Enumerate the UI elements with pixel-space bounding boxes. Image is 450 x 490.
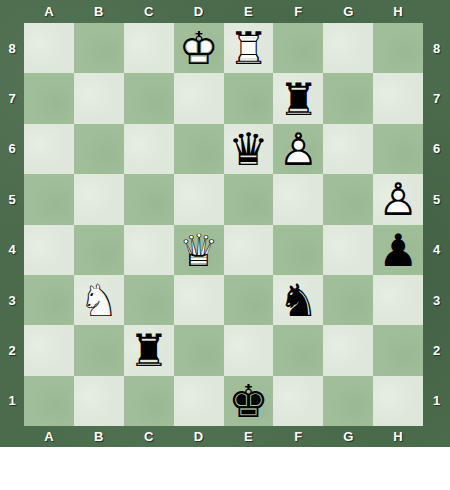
rank-labels-left: 87654321 bbox=[0, 23, 24, 426]
square-d8[interactable]: ♚♔ bbox=[174, 23, 224, 73]
square-g1[interactable] bbox=[323, 376, 373, 426]
square-e4[interactable] bbox=[224, 225, 274, 275]
black-rook-icon: ♜ bbox=[124, 328, 174, 373]
square-b4[interactable] bbox=[74, 225, 124, 275]
square-f2[interactable] bbox=[273, 325, 323, 375]
square-h3[interactable] bbox=[373, 275, 423, 325]
file-labels-top: ABCDEFGH bbox=[24, 0, 423, 23]
rank-label-right-2: 2 bbox=[423, 325, 450, 375]
board-squares: ♚♔♜♖♜♛♟♙♟♙♛♕♟♞♘♞♜♚ bbox=[24, 23, 423, 426]
square-a8[interactable] bbox=[24, 23, 74, 73]
square-e2[interactable] bbox=[224, 325, 274, 375]
black-pawn-icon: ♟ bbox=[373, 227, 423, 272]
piece-black-knight-f3[interactable]: ♞ bbox=[273, 275, 323, 325]
piece-white-queen-d4[interactable]: ♛♕ bbox=[174, 225, 224, 275]
page-bottom-margin bbox=[0, 447, 450, 490]
square-e8[interactable]: ♜♖ bbox=[224, 23, 274, 73]
square-c4[interactable] bbox=[124, 225, 174, 275]
square-h1[interactable] bbox=[373, 376, 423, 426]
square-a2[interactable] bbox=[24, 325, 74, 375]
white-pawn-outline-icon: ♙ bbox=[273, 126, 323, 171]
square-f3[interactable]: ♞ bbox=[273, 275, 323, 325]
square-f7[interactable]: ♜ bbox=[273, 73, 323, 123]
square-b8[interactable] bbox=[74, 23, 124, 73]
square-d3[interactable] bbox=[174, 275, 224, 325]
square-d4[interactable]: ♛♕ bbox=[174, 225, 224, 275]
black-king-icon: ♚ bbox=[224, 378, 274, 423]
square-b7[interactable] bbox=[74, 73, 124, 123]
white-queen-outline-icon: ♕ bbox=[174, 227, 224, 272]
piece-black-rook-c2[interactable]: ♜ bbox=[124, 325, 174, 375]
square-e5[interactable] bbox=[224, 174, 274, 224]
piece-black-queen-e6[interactable]: ♛ bbox=[224, 124, 274, 174]
square-b1[interactable] bbox=[74, 376, 124, 426]
piece-white-pawn-h5[interactable]: ♟♙ bbox=[373, 174, 423, 224]
rank-label-right-8: 8 bbox=[423, 23, 450, 73]
square-d5[interactable] bbox=[174, 174, 224, 224]
square-f6[interactable]: ♟♙ bbox=[273, 124, 323, 174]
square-h8[interactable] bbox=[373, 23, 423, 73]
square-e6[interactable]: ♛ bbox=[224, 124, 274, 174]
white-pawn-icon: ♟ bbox=[273, 126, 323, 171]
square-e7[interactable] bbox=[224, 73, 274, 123]
square-g3[interactable] bbox=[323, 275, 373, 325]
file-label-bottom-a: A bbox=[24, 426, 74, 447]
square-h2[interactable] bbox=[373, 325, 423, 375]
square-h5[interactable]: ♟♙ bbox=[373, 174, 423, 224]
rank-label-left-1: 1 bbox=[0, 376, 24, 426]
rank-label-right-3: 3 bbox=[423, 275, 450, 325]
square-e3[interactable] bbox=[224, 275, 274, 325]
piece-white-knight-b3[interactable]: ♞♘ bbox=[74, 275, 124, 325]
rank-label-left-2: 2 bbox=[0, 325, 24, 375]
square-g5[interactable] bbox=[323, 174, 373, 224]
white-rook-icon: ♜ bbox=[224, 26, 274, 71]
square-h6[interactable] bbox=[373, 124, 423, 174]
rank-label-left-3: 3 bbox=[0, 275, 24, 325]
square-d2[interactable] bbox=[174, 325, 224, 375]
black-knight-icon: ♞ bbox=[273, 278, 323, 323]
piece-white-rook-e8[interactable]: ♜♖ bbox=[224, 23, 274, 73]
board-frame: ABCDEFGH ABCDEFGH 87654321 87654321 ♚♔♜♖… bbox=[0, 0, 450, 447]
square-g4[interactable] bbox=[323, 225, 373, 275]
white-pawn-outline-icon: ♙ bbox=[373, 177, 423, 222]
white-knight-outline-icon: ♘ bbox=[74, 278, 124, 323]
square-a3[interactable] bbox=[24, 275, 74, 325]
rank-label-right-5: 5 bbox=[423, 174, 450, 224]
rank-label-right-1: 1 bbox=[423, 376, 450, 426]
piece-white-pawn-f6[interactable]: ♟♙ bbox=[273, 124, 323, 174]
white-pawn-icon: ♟ bbox=[373, 177, 423, 222]
file-label-top-e: E bbox=[224, 0, 274, 23]
rank-labels-right: 87654321 bbox=[423, 23, 450, 426]
white-knight-icon: ♞ bbox=[74, 278, 124, 323]
black-rook-icon: ♜ bbox=[273, 76, 323, 121]
white-king-outline-icon: ♔ bbox=[174, 26, 224, 71]
file-label-top-c: C bbox=[124, 0, 174, 23]
square-d6[interactable] bbox=[174, 124, 224, 174]
black-queen-icon: ♛ bbox=[224, 126, 274, 171]
rank-label-left-4: 4 bbox=[0, 225, 24, 275]
rank-label-right-6: 6 bbox=[423, 124, 450, 174]
file-label-bottom-b: B bbox=[74, 426, 124, 447]
piece-black-rook-f7[interactable]: ♜ bbox=[273, 73, 323, 123]
file-label-bottom-h: H bbox=[373, 426, 423, 447]
file-label-bottom-c: C bbox=[124, 426, 174, 447]
file-label-bottom-e: E bbox=[224, 426, 274, 447]
square-b2[interactable] bbox=[74, 325, 124, 375]
white-rook-outline-icon: ♖ bbox=[224, 26, 274, 71]
file-labels-bottom: ABCDEFGH bbox=[24, 426, 423, 447]
square-f5[interactable] bbox=[273, 174, 323, 224]
rank-label-right-4: 4 bbox=[423, 225, 450, 275]
square-g7[interactable] bbox=[323, 73, 373, 123]
square-d7[interactable] bbox=[174, 73, 224, 123]
square-a6[interactable] bbox=[24, 124, 74, 174]
square-b3[interactable]: ♞♘ bbox=[74, 275, 124, 325]
square-d1[interactable] bbox=[174, 376, 224, 426]
square-c5[interactable] bbox=[124, 174, 174, 224]
square-b6[interactable] bbox=[74, 124, 124, 174]
file-label-bottom-d: D bbox=[174, 426, 224, 447]
square-f4[interactable] bbox=[273, 225, 323, 275]
square-h7[interactable] bbox=[373, 73, 423, 123]
file-label-top-f: F bbox=[273, 0, 323, 23]
file-label-top-a: A bbox=[24, 0, 74, 23]
square-e1[interactable]: ♚ bbox=[224, 376, 274, 426]
square-a1[interactable] bbox=[24, 376, 74, 426]
rank-label-left-7: 7 bbox=[0, 73, 24, 123]
square-a7[interactable] bbox=[24, 73, 74, 123]
square-g2[interactable] bbox=[323, 325, 373, 375]
file-label-top-d: D bbox=[174, 0, 224, 23]
file-label-top-b: B bbox=[74, 0, 124, 23]
square-c6[interactable] bbox=[124, 124, 174, 174]
rank-label-right-7: 7 bbox=[423, 73, 450, 123]
square-c2[interactable]: ♜ bbox=[124, 325, 174, 375]
chess-diagram: ABCDEFGH ABCDEFGH 87654321 87654321 ♚♔♜♖… bbox=[0, 0, 450, 490]
file-label-bottom-g: G bbox=[323, 426, 373, 447]
piece-black-king-e1[interactable]: ♚ bbox=[224, 376, 274, 426]
square-h4[interactable]: ♟ bbox=[373, 225, 423, 275]
square-c3[interactable] bbox=[124, 275, 174, 325]
square-c8[interactable] bbox=[124, 23, 174, 73]
square-f1[interactable] bbox=[273, 376, 323, 426]
piece-white-king-d8[interactable]: ♚♔ bbox=[174, 23, 224, 73]
square-c1[interactable] bbox=[124, 376, 174, 426]
square-b5[interactable] bbox=[74, 174, 124, 224]
file-label-top-h: H bbox=[373, 0, 423, 23]
rank-label-left-6: 6 bbox=[0, 124, 24, 174]
piece-black-pawn-h4[interactable]: ♟ bbox=[373, 225, 423, 275]
white-king-icon: ♚ bbox=[174, 26, 224, 71]
rank-label-left-8: 8 bbox=[0, 23, 24, 73]
square-a5[interactable] bbox=[24, 174, 74, 224]
file-label-top-g: G bbox=[323, 0, 373, 23]
square-f8[interactable] bbox=[273, 23, 323, 73]
file-label-bottom-f: F bbox=[273, 426, 323, 447]
square-g6[interactable] bbox=[323, 124, 373, 174]
rank-label-left-5: 5 bbox=[0, 174, 24, 224]
square-g8[interactable] bbox=[323, 23, 373, 73]
square-c7[interactable] bbox=[124, 73, 174, 123]
square-a4[interactable] bbox=[24, 225, 74, 275]
white-queen-icon: ♛ bbox=[174, 227, 224, 272]
